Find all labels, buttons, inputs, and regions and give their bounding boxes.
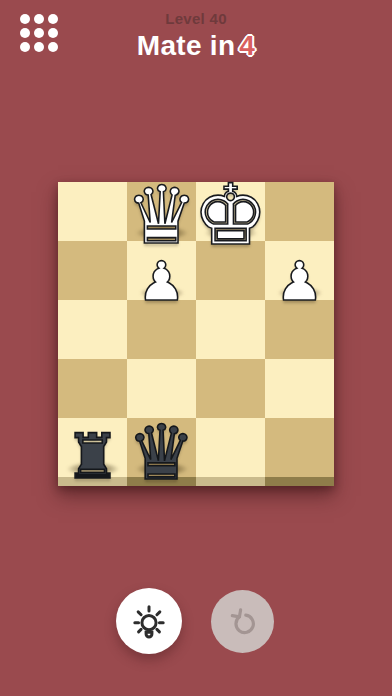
board-square[interactable]: [58, 359, 127, 418]
board-square[interactable]: [196, 418, 265, 477]
piece-black-queen[interactable]: ♛: [127, 418, 196, 477]
piece-white-pawn[interactable]: ♟: [127, 241, 196, 300]
black-queen-glyph: ♛: [127, 415, 195, 491]
piece-white-king[interactable]: ♚: [196, 182, 265, 241]
lightbulb-icon: [129, 601, 169, 641]
hint-button[interactable]: [116, 588, 182, 654]
white-king-glyph: ♚: [193, 173, 268, 257]
board-square[interactable]: [58, 241, 127, 300]
chess-board: ♛♚♟♟♜♛: [58, 182, 334, 486]
white-pawn-glyph: ♟: [275, 255, 323, 309]
piece-white-pawn[interactable]: ♟: [265, 241, 334, 300]
undo-icon: [224, 603, 262, 641]
app-screen: { "app": { "background_color": "#9a4a4e"…: [0, 0, 392, 696]
board-square[interactable]: [265, 359, 334, 418]
mate-in-text: Mate in: [137, 30, 236, 61]
board-square[interactable]: [196, 300, 265, 359]
board-edge-segment: [265, 477, 334, 486]
black-rook-glyph: ♜: [65, 426, 121, 488]
board-square[interactable]: [58, 182, 127, 241]
undo-button[interactable]: [211, 590, 274, 653]
piece-white-queen[interactable]: ♛: [127, 182, 196, 241]
board-square[interactable]: [265, 418, 334, 477]
header: Level 40 Mate in4: [0, 0, 392, 62]
piece-black-rook[interactable]: ♜: [58, 418, 127, 477]
level-label: Level 40: [0, 10, 392, 27]
white-pawn-glyph: ♟: [137, 255, 185, 309]
board-edge-segment: [196, 477, 265, 486]
mate-count: 4: [239, 30, 255, 61]
board-square[interactable]: [196, 359, 265, 418]
board-square[interactable]: [265, 182, 334, 241]
board-square[interactable]: [58, 300, 127, 359]
page-title: Mate in4: [0, 30, 392, 62]
